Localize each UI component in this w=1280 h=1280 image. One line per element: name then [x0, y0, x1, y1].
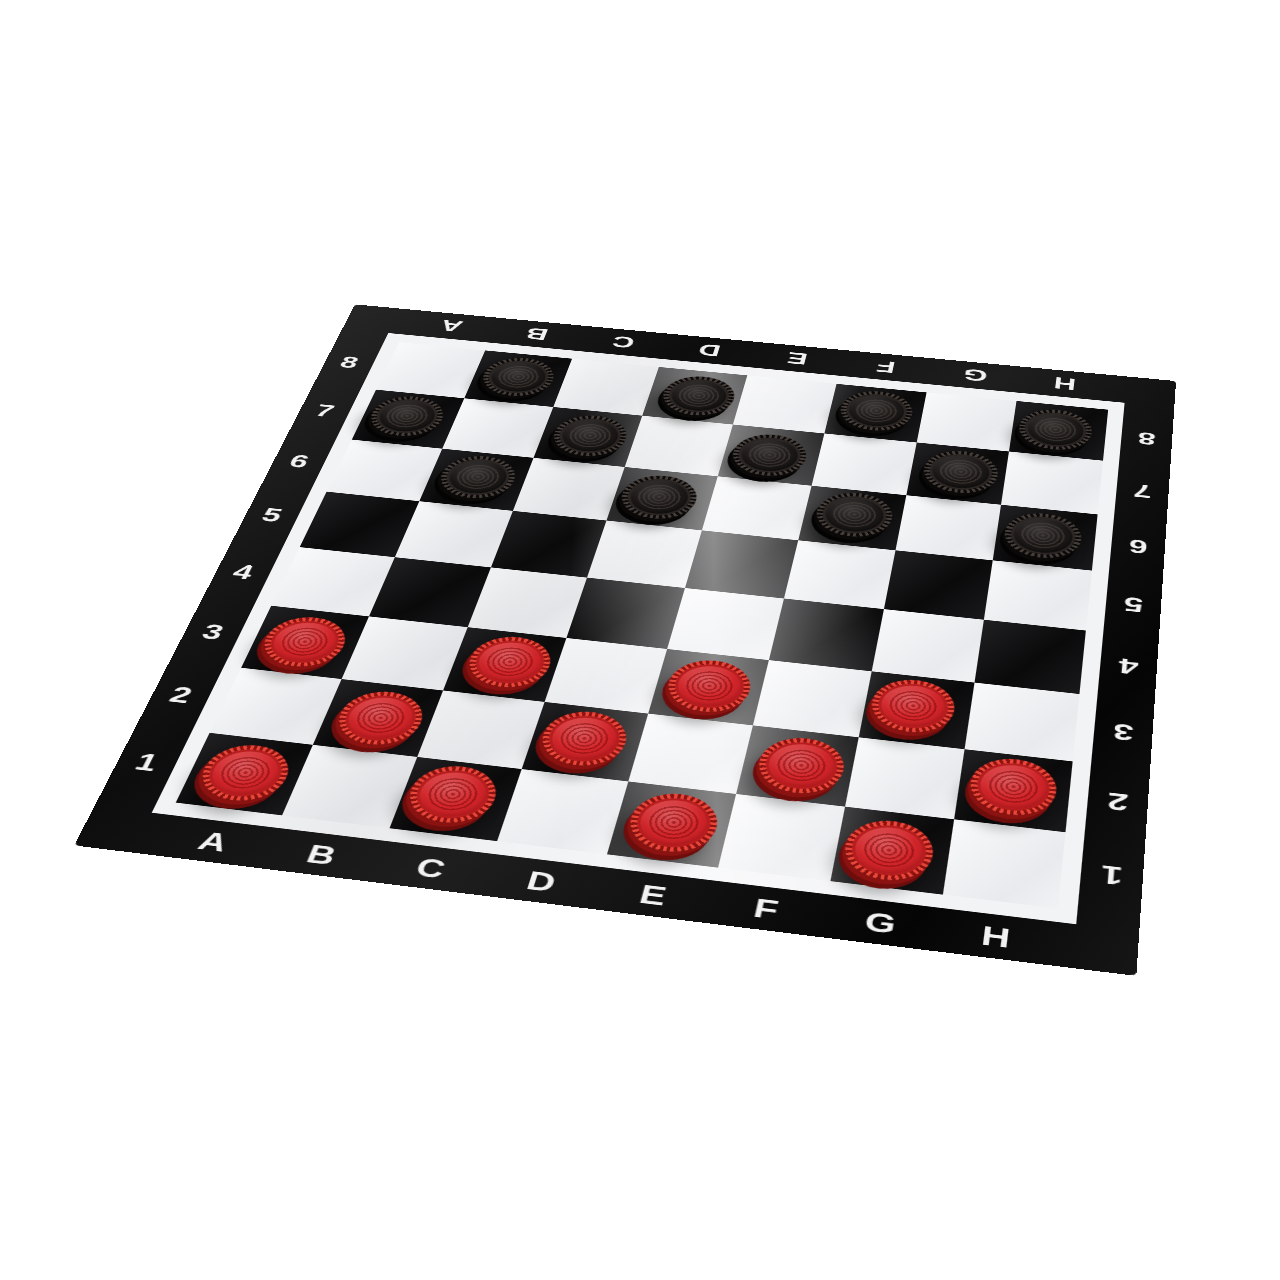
- square-g4[interactable]: [871, 609, 984, 682]
- red-checker-a1[interactable]: [191, 741, 298, 805]
- square-f3[interactable]: [753, 660, 871, 737]
- square-c7[interactable]: [533, 407, 642, 467]
- red-checker-c3[interactable]: [462, 633, 559, 691]
- rank-label-2: 2: [1085, 763, 1151, 842]
- red-checker-g1[interactable]: [840, 816, 937, 885]
- product-photo-page: { "game": "checkers (english draughts), …: [0, 0, 1280, 1280]
- black-checker-d6[interactable]: [615, 473, 702, 523]
- square-e5[interactable]: [685, 530, 798, 598]
- square-h4[interactable]: [975, 620, 1086, 694]
- square-c8[interactable]: [553, 359, 659, 416]
- rank-label-3: 3: [1091, 696, 1154, 770]
- square-g8[interactable]: [916, 392, 1016, 451]
- square-g2[interactable]: [844, 737, 964, 820]
- red-checker-c1[interactable]: [401, 762, 505, 828]
- black-checker-h8[interactable]: [1017, 406, 1094, 453]
- square-h8[interactable]: [1009, 401, 1108, 461]
- square-g6[interactable]: [895, 495, 1001, 561]
- black-checker-b6[interactable]: [433, 453, 522, 502]
- square-c5[interactable]: [490, 511, 606, 578]
- red-checker-g3[interactable]: [868, 676, 959, 737]
- square-f8[interactable]: [824, 384, 926, 442]
- rank-label-5: 5: [1103, 572, 1163, 638]
- black-checker-d8[interactable]: [658, 373, 740, 418]
- square-g3[interactable]: [858, 671, 975, 749]
- square-f6[interactable]: [798, 485, 906, 550]
- square-d2[interactable]: [522, 702, 648, 782]
- square-d6[interactable]: [607, 467, 718, 531]
- black-checker-b8[interactable]: [476, 355, 560, 399]
- square-h5[interactable]: [984, 561, 1092, 631]
- square-e3[interactable]: [648, 649, 768, 725]
- red-checker-e3[interactable]: [662, 656, 756, 716]
- black-checker-f6[interactable]: [812, 490, 896, 541]
- red-checker-f2[interactable]: [753, 734, 849, 798]
- black-checker-g7[interactable]: [921, 448, 1002, 497]
- black-checker-h6[interactable]: [1002, 510, 1084, 562]
- square-d1[interactable]: [497, 769, 628, 854]
- red-checker-a3[interactable]: [255, 613, 355, 670]
- red-checker-e1[interactable]: [623, 789, 724, 856]
- rank-label-7: 7: [1114, 462, 1170, 521]
- rank-label-1: 1: [1077, 835, 1145, 919]
- square-d4[interactable]: [567, 578, 685, 649]
- square-e6[interactable]: [702, 476, 812, 540]
- red-checker-b2[interactable]: [329, 688, 431, 749]
- red-checker-d2[interactable]: [535, 708, 634, 770]
- rank-label-8: 8: [1119, 411, 1174, 467]
- square-f7[interactable]: [811, 433, 916, 495]
- square-h6[interactable]: [993, 504, 1098, 570]
- square-e1[interactable]: [607, 782, 736, 868]
- square-h2[interactable]: [954, 749, 1072, 833]
- square-e4[interactable]: [667, 588, 784, 660]
- rank-label-4: 4: [1097, 632, 1158, 702]
- rank-label-6: 6: [1109, 516, 1167, 578]
- square-f2[interactable]: [736, 725, 858, 807]
- square-f5[interactable]: [784, 540, 895, 609]
- square-d3[interactable]: [545, 638, 667, 713]
- checkers-mat: ABCDEFGH ABCDEFGH 87654321 87654321: [74, 304, 1176, 976]
- red-checker-h2[interactable]: [967, 755, 1059, 820]
- black-checker-c7[interactable]: [548, 412, 633, 459]
- square-g7[interactable]: [906, 442, 1009, 504]
- black-checker-e7[interactable]: [728, 431, 811, 479]
- black-checker-a7[interactable]: [363, 393, 451, 439]
- square-f1[interactable]: [718, 794, 845, 881]
- square-h7[interactable]: [1001, 451, 1103, 514]
- square-d5[interactable]: [587, 521, 702, 588]
- square-d8[interactable]: [643, 367, 748, 424]
- square-d7[interactable]: [625, 416, 733, 476]
- square-g5[interactable]: [883, 550, 993, 619]
- square-g1[interactable]: [830, 807, 955, 895]
- square-c6[interactable]: [512, 458, 625, 521]
- square-e2[interactable]: [628, 713, 752, 794]
- square-h1[interactable]: [943, 820, 1065, 909]
- square-f4[interactable]: [769, 598, 884, 671]
- square-e8[interactable]: [733, 375, 836, 433]
- black-checker-f8[interactable]: [836, 388, 916, 434]
- square-e7[interactable]: [718, 424, 824, 485]
- square-h3[interactable]: [965, 682, 1080, 761]
